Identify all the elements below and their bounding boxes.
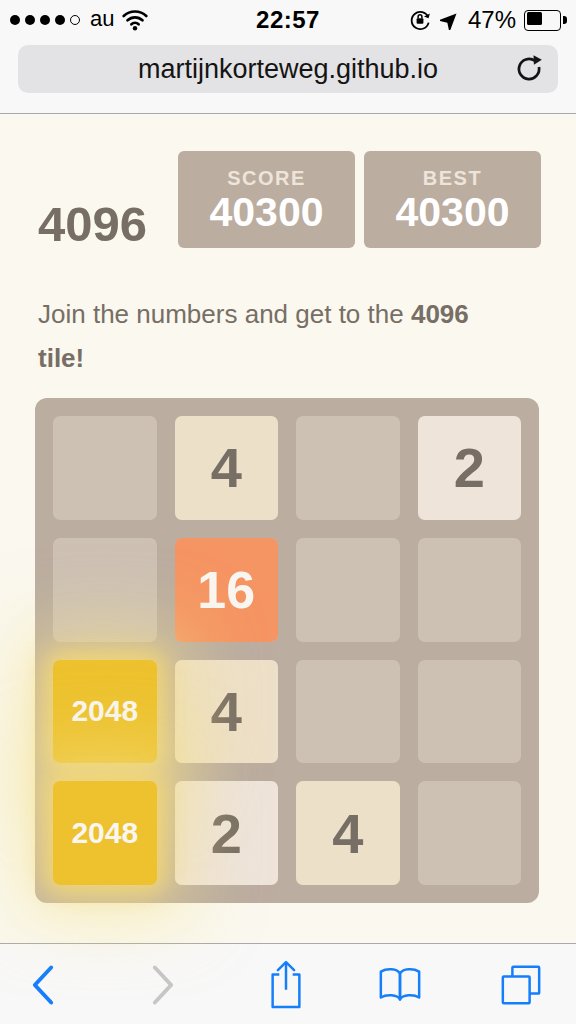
back-button[interactable] <box>8 944 78 1024</box>
tile-2: 2 <box>418 416 522 520</box>
score-container: SCORE 40300 BEST 40300 <box>178 151 541 248</box>
page-title: 4096 <box>38 196 147 252</box>
tile-2048: 2048 <box>53 781 157 885</box>
board-cell: 2 <box>175 781 279 885</box>
board-cell <box>418 538 522 642</box>
score-value: 40300 <box>209 192 323 233</box>
tile-4: 4 <box>296 781 400 885</box>
location-arrow-icon <box>440 10 460 30</box>
status-right: 47% <box>408 0 568 40</box>
game-board[interactable]: 421620484204824 <box>35 398 539 903</box>
bookmarks-button[interactable] <box>365 944 435 1024</box>
board-cell <box>53 416 157 520</box>
browser-chrome-top: au 22:57 <box>0 0 576 114</box>
tile-2048: 2048 <box>53 660 157 764</box>
board-cell: 4 <box>296 781 400 885</box>
tile-2: 2 <box>175 781 279 885</box>
best-box: BEST 40300 <box>364 151 541 248</box>
iphone-safari-screen: au 22:57 <box>0 0 576 1024</box>
tabs-button[interactable] <box>486 944 556 1024</box>
game-page: 4096 SCORE 40300 BEST 40300 Join the num… <box>0 115 576 943</box>
score-box: SCORE 40300 <box>178 151 355 248</box>
tile-4: 4 <box>175 416 279 520</box>
board-cell <box>296 416 400 520</box>
url-text: martijnkorteweg.github.io <box>138 54 438 85</box>
tile-16: 16 <box>175 538 279 642</box>
forward-button[interactable] <box>128 944 198 1024</box>
rotation-lock-icon <box>408 8 432 32</box>
board-cell <box>418 660 522 764</box>
board-cell: 2 <box>418 416 522 520</box>
best-value: 40300 <box>395 192 509 233</box>
board-cell <box>296 660 400 764</box>
status-bar: au 22:57 <box>0 0 576 40</box>
board-cell: 4 <box>175 416 279 520</box>
score-label: SCORE <box>227 167 306 190</box>
board-cell: 4 <box>175 660 279 764</box>
board-cell <box>418 781 522 885</box>
browser-toolbar <box>0 943 576 1024</box>
board-cell: 2048 <box>53 660 157 764</box>
share-button[interactable] <box>251 944 321 1024</box>
board-cell: 16 <box>175 538 279 642</box>
best-label: BEST <box>423 167 482 190</box>
board-cell: 2048 <box>53 781 157 885</box>
board-cell <box>296 538 400 642</box>
battery-percent: 47% <box>468 6 516 34</box>
refresh-button[interactable] <box>514 54 544 84</box>
board-cell <box>53 538 157 642</box>
tile-4: 4 <box>175 660 279 764</box>
address-bar[interactable]: martijnkorteweg.github.io <box>18 45 558 93</box>
battery-icon <box>524 10 568 31</box>
intro-text: Join the numbers and get to the 4096 til… <box>38 293 510 380</box>
